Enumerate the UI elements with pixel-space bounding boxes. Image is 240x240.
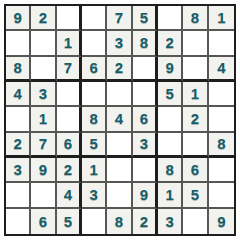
cell-r6c7[interactable] [158, 133, 183, 158]
cell-r7c9[interactable] [209, 158, 234, 183]
cell-r8c2[interactable] [31, 183, 56, 208]
cell-r4c7[interactable]: 5 [158, 82, 183, 107]
cell-r9c6[interactable]: 2 [133, 209, 158, 234]
cell-r2c4[interactable] [82, 31, 107, 56]
cell-r9c5[interactable]: 8 [107, 209, 132, 234]
cell-r3c8[interactable] [183, 57, 208, 82]
cell-r9c1[interactable] [6, 209, 31, 234]
cell-r4c1[interactable]: 4 [6, 82, 31, 107]
cell-r8c3[interactable]: 4 [57, 183, 82, 208]
cell-r5c8[interactable]: 2 [183, 107, 208, 132]
cell-r1c2[interactable]: 2 [31, 6, 56, 31]
cell-r6c8[interactable] [183, 133, 208, 158]
cell-r6c5[interactable] [107, 133, 132, 158]
cell-r1c8[interactable]: 8 [183, 6, 208, 31]
cell-r4c6[interactable] [133, 82, 158, 107]
cell-r6c6[interactable]: 3 [133, 133, 158, 158]
cell-r1c6[interactable]: 5 [133, 6, 158, 31]
cell-r4c4[interactable] [82, 82, 107, 107]
cell-r5c2[interactable]: 1 [31, 107, 56, 132]
cell-r6c2[interactable]: 7 [31, 133, 56, 158]
cell-r8c5[interactable] [107, 183, 132, 208]
cell-r5c7[interactable] [158, 107, 183, 132]
cell-r8c4[interactable]: 3 [82, 183, 107, 208]
cell-r6c3[interactable]: 6 [57, 133, 82, 158]
cell-r9c8[interactable] [183, 209, 208, 234]
cell-r1c9[interactable]: 1 [209, 6, 234, 31]
cell-r6c4[interactable]: 5 [82, 133, 107, 158]
cell-r5c5[interactable]: 4 [107, 107, 132, 132]
cell-r5c1[interactable] [6, 107, 31, 132]
cell-r4c5[interactable] [107, 82, 132, 107]
cell-r7c4[interactable]: 1 [82, 158, 107, 183]
cell-r1c5[interactable]: 7 [107, 6, 132, 31]
cell-r9c4[interactable] [82, 209, 107, 234]
cell-r4c8[interactable]: 1 [183, 82, 208, 107]
cell-r4c9[interactable] [209, 82, 234, 107]
cell-r7c5[interactable] [107, 158, 132, 183]
cell-r8c1[interactable] [6, 183, 31, 208]
cell-r8c9[interactable] [209, 183, 234, 208]
cell-r4c3[interactable] [57, 82, 82, 107]
cell-r8c7[interactable]: 1 [158, 183, 183, 208]
cell-r3c1[interactable]: 8 [6, 57, 31, 82]
cell-r3c9[interactable]: 4 [209, 57, 234, 82]
cell-r9c3[interactable]: 5 [57, 209, 82, 234]
cell-r6c1[interactable]: 2 [6, 133, 31, 158]
cell-r3c4[interactable]: 6 [82, 57, 107, 82]
cell-r2c6[interactable]: 8 [133, 31, 158, 56]
cell-r3c3[interactable]: 7 [57, 57, 82, 82]
cell-r7c2[interactable]: 9 [31, 158, 56, 183]
cell-r2c2[interactable] [31, 31, 56, 56]
cell-r3c7[interactable]: 9 [158, 57, 183, 82]
cell-r7c6[interactable] [133, 158, 158, 183]
cell-r8c6[interactable]: 9 [133, 183, 158, 208]
cell-r1c7[interactable] [158, 6, 183, 31]
cell-r5c9[interactable] [209, 107, 234, 132]
cell-r1c4[interactable] [82, 6, 107, 31]
cell-r5c4[interactable]: 8 [82, 107, 107, 132]
cell-r9c7[interactable]: 3 [158, 209, 183, 234]
cell-r7c3[interactable]: 2 [57, 158, 82, 183]
cell-r3c5[interactable]: 2 [107, 57, 132, 82]
cell-r5c6[interactable]: 6 [133, 107, 158, 132]
cell-r9c9[interactable]: 9 [209, 209, 234, 234]
cell-r2c8[interactable] [183, 31, 208, 56]
cell-r2c1[interactable] [6, 31, 31, 56]
cell-r7c1[interactable]: 3 [6, 158, 31, 183]
sudoku-board: 9275811382876294435118462276538392186439… [4, 4, 236, 236]
cell-r3c2[interactable] [31, 57, 56, 82]
cell-r4c2[interactable]: 3 [31, 82, 56, 107]
cell-r3c6[interactable] [133, 57, 158, 82]
cell-r7c7[interactable]: 8 [158, 158, 183, 183]
cell-r5c3[interactable] [57, 107, 82, 132]
cell-r7c8[interactable]: 6 [183, 158, 208, 183]
cell-r2c3[interactable]: 1 [57, 31, 82, 56]
cell-r6c9[interactable]: 8 [209, 133, 234, 158]
cell-r8c8[interactable]: 5 [183, 183, 208, 208]
cell-r2c9[interactable] [209, 31, 234, 56]
cell-r2c7[interactable]: 2 [158, 31, 183, 56]
cell-r1c1[interactable]: 9 [6, 6, 31, 31]
cell-r1c3[interactable] [57, 6, 82, 31]
cell-r2c5[interactable]: 3 [107, 31, 132, 56]
cell-r9c2[interactable]: 6 [31, 209, 56, 234]
